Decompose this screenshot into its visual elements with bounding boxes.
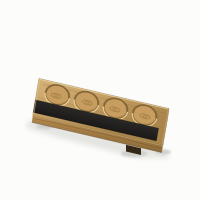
photo-stage [0, 0, 200, 200]
flight-tray-photo [0, 0, 200, 200]
